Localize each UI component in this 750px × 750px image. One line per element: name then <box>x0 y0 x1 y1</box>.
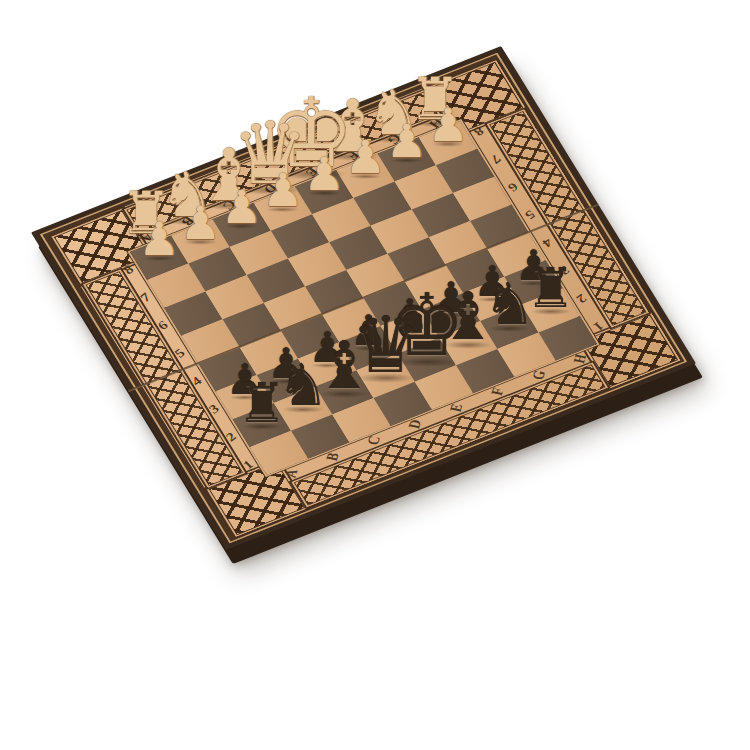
white-pawn-a8: ♟ <box>136 216 182 262</box>
white-pawn-c8: ♟ <box>219 184 265 230</box>
black-rook-a2: ♜ <box>234 376 289 431</box>
white-pawn-d8: ♟ <box>260 167 306 213</box>
white-pawn-f8: ♟ <box>342 134 388 180</box>
piece-glyph: ♟ <box>136 216 182 262</box>
piece-glyph: ♟ <box>219 184 265 230</box>
piece-glyph: ♜ <box>234 376 289 431</box>
piece-glyph: ♟ <box>260 167 306 213</box>
white-pawn-b8: ♟ <box>177 200 223 246</box>
piece-glyph: ♟ <box>177 200 223 246</box>
piece-glyph: ♟ <box>384 118 430 164</box>
piece-glyph: ♟ <box>425 102 471 148</box>
pieces-layer: ♜♞♝♛♚♝♞♜♟♟♟♟♟♟♟♟♟♟♟♟♟♟♟♟♜♞♝♛♚♝♞♜ <box>0 0 750 750</box>
white-pawn-e8: ♟ <box>301 151 347 197</box>
piece-glyph: ♟ <box>301 151 347 197</box>
product-photo-scene: 88AA77BB66CC55DD44EE33FF22GG11HH ♜♞♝♛♚♝♞… <box>0 0 750 750</box>
white-pawn-g8: ♟ <box>384 118 430 164</box>
white-pawn-h8: ♟ <box>425 102 471 148</box>
piece-glyph: ♟ <box>342 134 388 180</box>
